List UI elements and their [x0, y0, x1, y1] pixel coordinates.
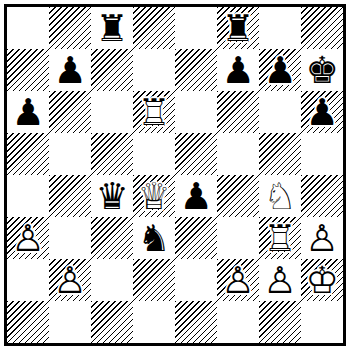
square-c1[interactable] [91, 301, 133, 343]
square-d6[interactable]: ♜♖ [133, 91, 175, 133]
square-f5[interactable] [217, 133, 259, 175]
piece-glyph: ♜ [221, 10, 254, 47]
square-e5[interactable] [175, 133, 217, 175]
piece-black-pawn: ♟♟ [7, 91, 49, 133]
square-b7[interactable]: ♟♟ [49, 49, 91, 91]
square-g5[interactable] [259, 133, 301, 175]
square-c2[interactable] [91, 259, 133, 301]
square-g4[interactable]: ♞♘ [259, 175, 301, 217]
square-a4[interactable] [7, 175, 49, 217]
piece-glyph: ♞ [137, 220, 170, 257]
square-c3[interactable] [91, 217, 133, 259]
piece-glyph: ♜ [95, 10, 128, 47]
square-g2[interactable]: ♟♙ [259, 259, 301, 301]
square-a5[interactable] [7, 133, 49, 175]
square-h5[interactable] [301, 133, 343, 175]
board-border: ♜♜♜♜♟♟♟♟♟♟♚♚♟♟♜♖♟♟♛♛♛♕♟♟♞♘♟♙♞♞♜♖♟♙♟♙♟♙♟♙… [4, 4, 346, 346]
piece-white-pawn: ♟♙ [217, 259, 259, 301]
piece-glyph: ♚ [305, 52, 338, 89]
piece-glyph: ♙ [11, 220, 44, 257]
square-h1[interactable] [301, 301, 343, 343]
square-e1[interactable] [175, 301, 217, 343]
square-d8[interactable] [133, 7, 175, 49]
square-e2[interactable] [175, 259, 217, 301]
piece-white-pawn: ♟♙ [49, 259, 91, 301]
piece-white-king: ♚♔ [301, 259, 343, 301]
square-h2[interactable]: ♚♔ [301, 259, 343, 301]
piece-white-pawn: ♟♙ [301, 217, 343, 259]
piece-glyph: ♙ [263, 262, 296, 299]
piece-glyph: ♖ [137, 94, 170, 131]
square-b3[interactable] [49, 217, 91, 259]
piece-black-pawn: ♟♟ [49, 49, 91, 91]
piece-black-pawn: ♟♟ [217, 49, 259, 91]
square-h6[interactable]: ♟♟ [301, 91, 343, 133]
square-a8[interactable] [7, 7, 49, 49]
piece-black-pawn: ♟♟ [301, 91, 343, 133]
piece-black-pawn: ♟♟ [259, 49, 301, 91]
square-f2[interactable]: ♟♙ [217, 259, 259, 301]
square-f4[interactable] [217, 175, 259, 217]
square-b5[interactable] [49, 133, 91, 175]
piece-black-rook: ♜♜ [91, 7, 133, 49]
piece-glyph: ♖ [263, 220, 296, 257]
square-a1[interactable] [7, 301, 49, 343]
piece-glyph: ♕ [137, 178, 170, 215]
piece-white-pawn: ♟♙ [7, 217, 49, 259]
piece-glyph: ♟ [221, 52, 254, 89]
square-b1[interactable] [49, 301, 91, 343]
square-h8[interactable] [301, 7, 343, 49]
piece-glyph: ♙ [53, 262, 86, 299]
piece-glyph: ♙ [305, 220, 338, 257]
square-d3[interactable]: ♞♞ [133, 217, 175, 259]
square-a6[interactable]: ♟♟ [7, 91, 49, 133]
square-c4[interactable]: ♛♛ [91, 175, 133, 217]
square-c7[interactable] [91, 49, 133, 91]
piece-glyph: ♟ [53, 52, 86, 89]
square-f8[interactable]: ♜♜ [217, 7, 259, 49]
square-d4[interactable]: ♛♕ [133, 175, 175, 217]
piece-white-queen: ♛♕ [133, 175, 175, 217]
square-f6[interactable] [217, 91, 259, 133]
piece-glyph: ♘ [263, 178, 296, 215]
chess-diagram: ♜♜♜♜♟♟♟♟♟♟♚♚♟♟♜♖♟♟♛♛♛♕♟♟♞♘♟♙♞♞♜♖♟♙♟♙♟♙♟♙… [0, 0, 350, 350]
piece-black-rook: ♜♜ [217, 7, 259, 49]
piece-glyph: ♛ [95, 178, 128, 215]
square-a2[interactable] [7, 259, 49, 301]
piece-glyph: ♙ [221, 262, 254, 299]
piece-glyph: ♟ [305, 94, 338, 131]
square-g3[interactable]: ♜♖ [259, 217, 301, 259]
square-e7[interactable] [175, 49, 217, 91]
piece-white-rook: ♜♖ [133, 91, 175, 133]
square-g6[interactable] [259, 91, 301, 133]
piece-black-pawn: ♟♟ [175, 175, 217, 217]
square-g7[interactable]: ♟♟ [259, 49, 301, 91]
square-e3[interactable] [175, 217, 217, 259]
square-g1[interactable] [259, 301, 301, 343]
chessboard: ♜♜♜♜♟♟♟♟♟♟♚♚♟♟♜♖♟♟♛♛♛♕♟♟♞♘♟♙♞♞♜♖♟♙♟♙♟♙♟♙… [7, 7, 343, 343]
square-e6[interactable] [175, 91, 217, 133]
piece-white-pawn: ♟♙ [259, 259, 301, 301]
square-f3[interactable] [217, 217, 259, 259]
square-b4[interactable] [49, 175, 91, 217]
square-g8[interactable] [259, 7, 301, 49]
square-f7[interactable]: ♟♟ [217, 49, 259, 91]
piece-glyph: ♟ [263, 52, 296, 89]
square-d1[interactable] [133, 301, 175, 343]
piece-black-king: ♚♚ [301, 49, 343, 91]
square-c5[interactable] [91, 133, 133, 175]
square-c6[interactable] [91, 91, 133, 133]
piece-black-knight: ♞♞ [133, 217, 175, 259]
piece-glyph: ♔ [305, 262, 338, 299]
piece-white-rook: ♜♖ [259, 217, 301, 259]
piece-black-queen: ♛♛ [91, 175, 133, 217]
square-f1[interactable] [217, 301, 259, 343]
piece-glyph: ♟ [11, 94, 44, 131]
square-c8[interactable]: ♜♜ [91, 7, 133, 49]
square-a3[interactable]: ♟♙ [7, 217, 49, 259]
square-d7[interactable] [133, 49, 175, 91]
square-d2[interactable] [133, 259, 175, 301]
square-b8[interactable] [49, 7, 91, 49]
square-h7[interactable]: ♚♚ [301, 49, 343, 91]
square-b2[interactable]: ♟♙ [49, 259, 91, 301]
square-h4[interactable] [301, 175, 343, 217]
square-d5[interactable] [133, 133, 175, 175]
piece-white-knight: ♞♘ [259, 175, 301, 217]
square-e8[interactable] [175, 7, 217, 49]
square-b6[interactable] [49, 91, 91, 133]
square-a7[interactable] [7, 49, 49, 91]
square-e4[interactable]: ♟♟ [175, 175, 217, 217]
piece-glyph: ♟ [179, 178, 212, 215]
square-h3[interactable]: ♟♙ [301, 217, 343, 259]
